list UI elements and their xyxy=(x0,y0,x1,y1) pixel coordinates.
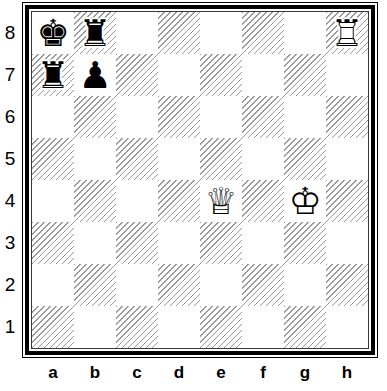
square-a2[interactable] xyxy=(32,264,74,306)
square-h4[interactable] xyxy=(326,180,368,222)
square-d6[interactable] xyxy=(158,96,200,138)
square-f8[interactable] xyxy=(242,12,284,54)
square-f2[interactable] xyxy=(242,264,284,306)
square-d3[interactable] xyxy=(158,222,200,264)
square-h2[interactable] xyxy=(326,264,368,306)
white-king: ♔ xyxy=(284,180,326,222)
black-pawn: ♟ xyxy=(74,54,116,96)
square-h7[interactable] xyxy=(326,54,368,96)
square-a6[interactable] xyxy=(32,96,74,138)
file-label-a: a xyxy=(32,359,74,387)
square-e5[interactable] xyxy=(200,138,242,180)
square-e6[interactable] xyxy=(200,96,242,138)
square-a4[interactable] xyxy=(32,180,74,222)
file-label-c: c xyxy=(116,359,158,387)
rank-label-5: 5 xyxy=(0,138,20,180)
black-rook: ♜ xyxy=(32,54,74,96)
square-g5[interactable] xyxy=(284,138,326,180)
square-g2[interactable] xyxy=(284,264,326,306)
black-rook-fill: ♜ xyxy=(74,12,116,54)
square-g6[interactable] xyxy=(284,96,326,138)
square-h5[interactable] xyxy=(326,138,368,180)
file-label-d: d xyxy=(158,359,200,387)
black-pawn-fill: ♟ xyxy=(74,54,116,96)
square-d4[interactable] xyxy=(158,180,200,222)
square-b6[interactable] xyxy=(74,96,116,138)
file-labels: abcdefgh xyxy=(32,359,368,387)
square-c5[interactable] xyxy=(116,138,158,180)
square-a1[interactable] xyxy=(32,306,74,348)
square-g8[interactable] xyxy=(284,12,326,54)
square-h3[interactable] xyxy=(326,222,368,264)
square-b4[interactable] xyxy=(74,180,116,222)
square-c7[interactable] xyxy=(116,54,158,96)
white-king-fill: ♚ xyxy=(284,180,326,222)
square-b8[interactable]: ♜♜ xyxy=(74,12,116,54)
square-c6[interactable] xyxy=(116,96,158,138)
file-label-h: h xyxy=(326,359,368,387)
file-label-e: e xyxy=(200,359,242,387)
square-f1[interactable] xyxy=(242,306,284,348)
square-d7[interactable] xyxy=(158,54,200,96)
rank-label-8: 8 xyxy=(0,12,20,54)
file-label-b: b xyxy=(74,359,116,387)
board-frame-thick: ♚♚♜♜♜♖♜♜♟♟♛♕♚♔ xyxy=(25,5,375,355)
square-e8[interactable] xyxy=(200,12,242,54)
square-f6[interactable] xyxy=(242,96,284,138)
square-f5[interactable] xyxy=(242,138,284,180)
white-rook: ♖ xyxy=(326,12,368,54)
white-queen-fill: ♛ xyxy=(200,180,242,222)
square-c4[interactable] xyxy=(116,180,158,222)
square-h1[interactable] xyxy=(326,306,368,348)
square-e4[interactable]: ♛♕ xyxy=(200,180,242,222)
square-d1[interactable] xyxy=(158,306,200,348)
board-frame-outer: ♚♚♜♜♜♖♜♜♟♟♛♕♚♔ xyxy=(22,2,378,358)
square-a3[interactable] xyxy=(32,222,74,264)
square-b1[interactable] xyxy=(74,306,116,348)
file-label-g: g xyxy=(284,359,326,387)
square-b5[interactable] xyxy=(74,138,116,180)
square-e3[interactable] xyxy=(200,222,242,264)
square-g4[interactable]: ♚♔ xyxy=(284,180,326,222)
rank-label-6: 6 xyxy=(0,96,20,138)
rank-label-2: 2 xyxy=(0,264,20,306)
square-b3[interactable] xyxy=(74,222,116,264)
square-c1[interactable] xyxy=(116,306,158,348)
square-e2[interactable] xyxy=(200,264,242,306)
board: ♚♚♜♜♜♖♜♜♟♟♛♕♚♔ xyxy=(22,2,378,358)
square-e1[interactable] xyxy=(200,306,242,348)
black-rook-fill: ♜ xyxy=(32,54,74,96)
square-g1[interactable] xyxy=(284,306,326,348)
square-e7[interactable] xyxy=(200,54,242,96)
square-d5[interactable] xyxy=(158,138,200,180)
black-rook: ♜ xyxy=(74,12,116,54)
square-h8[interactable]: ♜♖ xyxy=(326,12,368,54)
square-f7[interactable] xyxy=(242,54,284,96)
file-label-f: f xyxy=(242,359,284,387)
square-g7[interactable] xyxy=(284,54,326,96)
square-a5[interactable] xyxy=(32,138,74,180)
square-g3[interactable] xyxy=(284,222,326,264)
black-king-fill: ♚ xyxy=(32,12,74,54)
rank-label-1: 1 xyxy=(0,306,20,348)
white-rook-fill: ♜ xyxy=(326,12,368,54)
rank-label-3: 3 xyxy=(0,222,20,264)
square-f3[interactable] xyxy=(242,222,284,264)
rank-label-4: 4 xyxy=(0,180,20,222)
square-d2[interactable] xyxy=(158,264,200,306)
square-b2[interactable] xyxy=(74,264,116,306)
square-f4[interactable] xyxy=(242,180,284,222)
white-queen: ♕ xyxy=(200,180,242,222)
chess-diagram: 87654321 ♚♚♜♜♜♖♜♜♟♟♛♕♚♔ abcdefgh xyxy=(0,0,387,391)
board-grid: ♚♚♜♜♜♖♜♜♟♟♛♕♚♔ xyxy=(32,12,368,348)
square-d8[interactable] xyxy=(158,12,200,54)
square-c8[interactable] xyxy=(116,12,158,54)
square-a8[interactable]: ♚♚ xyxy=(32,12,74,54)
rank-label-7: 7 xyxy=(0,54,20,96)
black-king: ♚ xyxy=(32,12,74,54)
square-c3[interactable] xyxy=(116,222,158,264)
square-a7[interactable]: ♜♜ xyxy=(32,54,74,96)
square-c2[interactable] xyxy=(116,264,158,306)
square-b7[interactable]: ♟♟ xyxy=(74,54,116,96)
square-h6[interactable] xyxy=(326,96,368,138)
board-frame-inner: ♚♚♜♜♜♖♜♜♟♟♛♕♚♔ xyxy=(31,11,369,349)
